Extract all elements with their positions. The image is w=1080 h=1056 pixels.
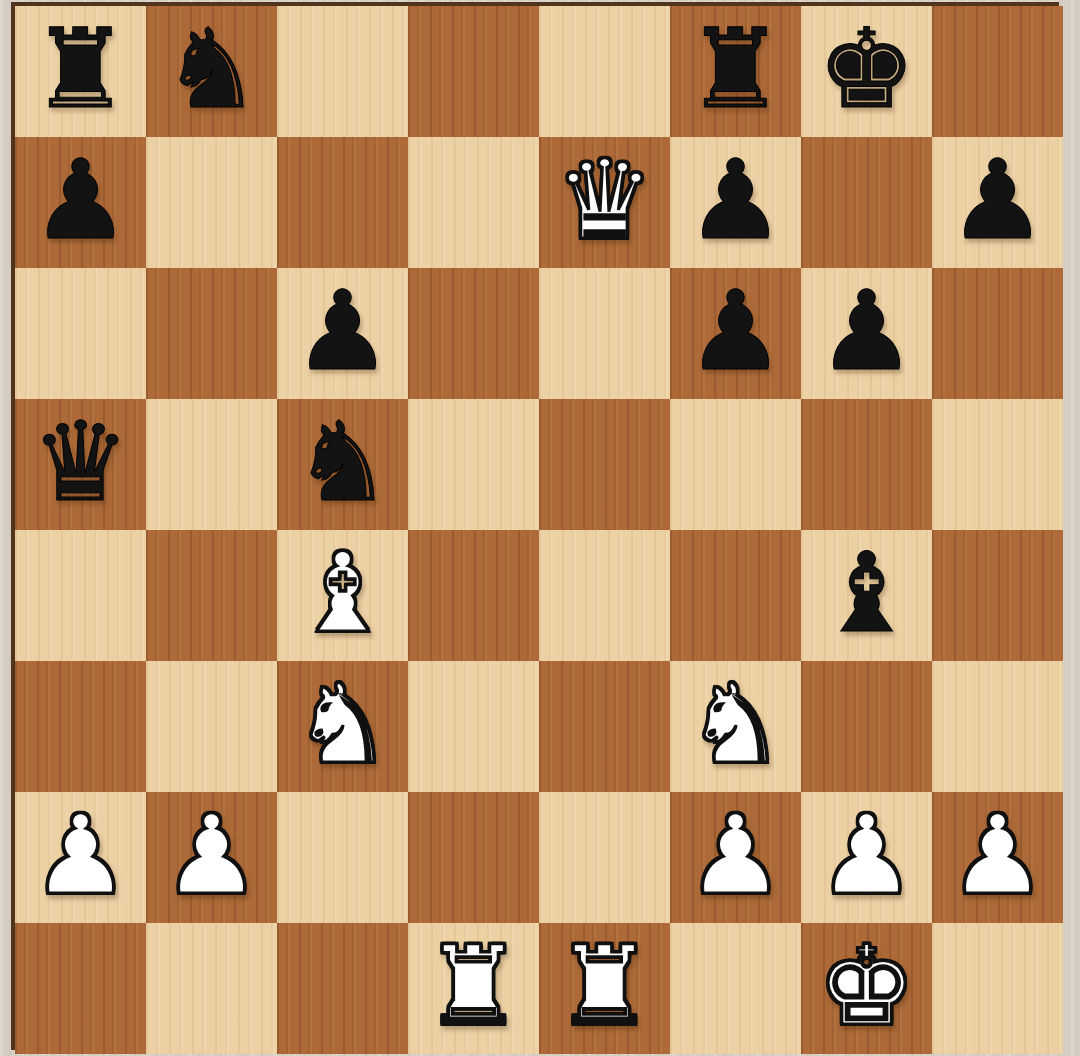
white-pawn[interactable]: ♟	[686, 800, 785, 910]
white-pawn[interactable]: ♟	[948, 800, 1047, 910]
square-f4[interactable]	[670, 530, 801, 661]
square-c1[interactable]	[277, 923, 408, 1054]
black-knight[interactable]: ♞	[293, 407, 392, 517]
square-a1[interactable]	[15, 923, 146, 1054]
square-e7[interactable]: ♛	[539, 137, 670, 268]
white-king[interactable]: ♚	[817, 931, 916, 1041]
black-pawn[interactable]: ♟	[686, 276, 785, 386]
square-b6[interactable]	[146, 268, 277, 399]
square-f6[interactable]: ♟	[670, 268, 801, 399]
square-c5[interactable]: ♞	[277, 399, 408, 530]
square-g1[interactable]: ♚	[801, 923, 932, 1054]
square-g3[interactable]	[801, 661, 932, 792]
square-g8[interactable]: ♚	[801, 6, 932, 137]
square-g4[interactable]: ♝	[801, 530, 932, 661]
square-e6[interactable]	[539, 268, 670, 399]
square-g5[interactable]	[801, 399, 932, 530]
black-queen[interactable]: ♛	[31, 407, 130, 517]
square-d8[interactable]	[408, 6, 539, 137]
square-f3[interactable]: ♞	[670, 661, 801, 792]
square-b2[interactable]: ♟	[146, 792, 277, 923]
square-f7[interactable]: ♟	[670, 137, 801, 268]
square-g7[interactable]	[801, 137, 932, 268]
square-d2[interactable]	[408, 792, 539, 923]
white-knight[interactable]: ♞	[293, 669, 392, 779]
square-d6[interactable]	[408, 268, 539, 399]
black-rook[interactable]: ♜	[686, 14, 785, 124]
square-b3[interactable]	[146, 661, 277, 792]
square-h5[interactable]	[932, 399, 1063, 530]
square-f5[interactable]	[670, 399, 801, 530]
black-pawn[interactable]: ♟	[31, 145, 130, 255]
square-c7[interactable]	[277, 137, 408, 268]
black-rook[interactable]: ♜	[31, 14, 130, 124]
white-pawn[interactable]: ♟	[817, 800, 916, 910]
square-c2[interactable]	[277, 792, 408, 923]
square-h3[interactable]	[932, 661, 1063, 792]
square-b8[interactable]: ♞	[146, 6, 277, 137]
square-g6[interactable]: ♟	[801, 268, 932, 399]
square-c4[interactable]: ♝	[277, 530, 408, 661]
square-d5[interactable]	[408, 399, 539, 530]
square-d7[interactable]	[408, 137, 539, 268]
black-king[interactable]: ♚	[817, 14, 916, 124]
white-rook[interactable]: ♜	[424, 931, 523, 1041]
square-e8[interactable]	[539, 6, 670, 137]
white-pawn[interactable]: ♟	[31, 800, 130, 910]
square-h8[interactable]	[932, 6, 1063, 137]
black-pawn[interactable]: ♟	[817, 276, 916, 386]
square-a6[interactable]	[15, 268, 146, 399]
square-b5[interactable]	[146, 399, 277, 530]
square-f1[interactable]	[670, 923, 801, 1054]
white-knight[interactable]: ♞	[686, 669, 785, 779]
black-knight[interactable]: ♞	[162, 14, 261, 124]
white-pawn[interactable]: ♟	[162, 800, 261, 910]
square-h4[interactable]	[932, 530, 1063, 661]
square-a3[interactable]	[15, 661, 146, 792]
square-d4[interactable]	[408, 530, 539, 661]
square-e2[interactable]	[539, 792, 670, 923]
square-b1[interactable]	[146, 923, 277, 1054]
square-e4[interactable]	[539, 530, 670, 661]
square-h6[interactable]	[932, 268, 1063, 399]
black-pawn[interactable]: ♟	[293, 276, 392, 386]
square-a2[interactable]: ♟	[15, 792, 146, 923]
square-a4[interactable]	[15, 530, 146, 661]
square-c6[interactable]: ♟	[277, 268, 408, 399]
square-d1[interactable]: ♜	[408, 923, 539, 1054]
black-pawn[interactable]: ♟	[948, 145, 1047, 255]
square-f8[interactable]: ♜	[670, 6, 801, 137]
square-h2[interactable]: ♟	[932, 792, 1063, 923]
square-e3[interactable]	[539, 661, 670, 792]
square-h7[interactable]: ♟	[932, 137, 1063, 268]
square-f2[interactable]: ♟	[670, 792, 801, 923]
black-bishop[interactable]: ♝	[817, 538, 916, 648]
white-queen[interactable]: ♛	[555, 145, 654, 255]
square-c3[interactable]: ♞	[277, 661, 408, 792]
square-g2[interactable]: ♟	[801, 792, 932, 923]
square-e1[interactable]: ♜	[539, 923, 670, 1054]
square-h1[interactable]	[932, 923, 1063, 1054]
square-a5[interactable]: ♛	[15, 399, 146, 530]
square-a8[interactable]: ♜	[15, 6, 146, 137]
black-pawn[interactable]: ♟	[686, 145, 785, 255]
square-b7[interactable]	[146, 137, 277, 268]
white-bishop[interactable]: ♝	[293, 538, 392, 648]
chess-board: ♜♞♜♚♟♛♟♟♟♟♟♛♞♝♝♞♞♟♟♟♟♟♜♜♚	[11, 2, 1059, 1050]
square-e5[interactable]	[539, 399, 670, 530]
square-d3[interactable]	[408, 661, 539, 792]
square-c8[interactable]	[277, 6, 408, 137]
white-rook[interactable]: ♜	[555, 931, 654, 1041]
square-a7[interactable]: ♟	[15, 137, 146, 268]
square-b4[interactable]	[146, 530, 277, 661]
